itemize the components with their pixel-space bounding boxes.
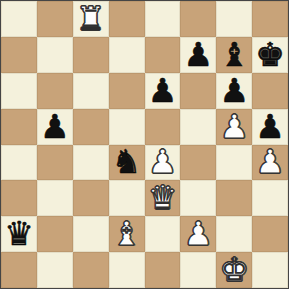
square-h1[interactable] <box>252 252 288 288</box>
square-b3[interactable] <box>37 180 73 216</box>
square-c3[interactable] <box>73 180 109 216</box>
chess-board: ♜♟♝♚♟♟♟♟♟♞♟♟♛♛♝♟♚ <box>0 0 289 289</box>
square-c6[interactable] <box>73 73 109 109</box>
square-a2[interactable]: ♛ <box>1 216 37 252</box>
square-h3[interactable] <box>252 180 288 216</box>
square-c7[interactable] <box>73 37 109 73</box>
square-e2[interactable] <box>145 216 181 252</box>
white-pawn[interactable]: ♟ <box>255 145 285 181</box>
square-d2[interactable]: ♝ <box>109 216 145 252</box>
square-g1[interactable]: ♚ <box>216 252 252 288</box>
white-bishop[interactable]: ♝ <box>112 216 142 252</box>
square-g6[interactable]: ♟ <box>216 73 252 109</box>
square-f6[interactable] <box>180 73 216 109</box>
square-c8[interactable]: ♜ <box>73 1 109 37</box>
black-knight[interactable]: ♞ <box>112 145 142 181</box>
square-h4[interactable]: ♟ <box>252 145 288 181</box>
square-f3[interactable] <box>180 180 216 216</box>
square-d6[interactable] <box>109 73 145 109</box>
black-pawn[interactable]: ♟ <box>219 73 249 109</box>
square-e1[interactable] <box>145 252 181 288</box>
square-h2[interactable] <box>252 216 288 252</box>
black-king[interactable]: ♚ <box>255 37 285 73</box>
square-h5[interactable]: ♟ <box>252 109 288 145</box>
black-bishop[interactable]: ♝ <box>219 37 249 73</box>
square-a4[interactable] <box>1 145 37 181</box>
square-f2[interactable]: ♟ <box>180 216 216 252</box>
square-g7[interactable]: ♝ <box>216 37 252 73</box>
square-b5[interactable]: ♟ <box>37 109 73 145</box>
square-h6[interactable] <box>252 73 288 109</box>
square-b4[interactable] <box>37 145 73 181</box>
square-f7[interactable]: ♟ <box>180 37 216 73</box>
square-f4[interactable] <box>180 145 216 181</box>
square-c4[interactable] <box>73 145 109 181</box>
black-pawn[interactable]: ♟ <box>255 109 285 145</box>
square-a7[interactable] <box>1 37 37 73</box>
square-e8[interactable] <box>145 1 181 37</box>
square-g2[interactable] <box>216 216 252 252</box>
square-c5[interactable] <box>73 109 109 145</box>
square-g5[interactable]: ♟ <box>216 109 252 145</box>
white-king[interactable]: ♚ <box>219 252 249 288</box>
square-e4[interactable]: ♟ <box>145 145 181 181</box>
square-a1[interactable] <box>1 252 37 288</box>
square-b6[interactable] <box>37 73 73 109</box>
square-b8[interactable] <box>37 1 73 37</box>
black-pawn[interactable]: ♟ <box>184 37 214 73</box>
square-g8[interactable] <box>216 1 252 37</box>
square-e3[interactable]: ♛ <box>145 180 181 216</box>
square-e5[interactable] <box>145 109 181 145</box>
square-b7[interactable] <box>37 37 73 73</box>
square-g4[interactable] <box>216 145 252 181</box>
square-f1[interactable] <box>180 252 216 288</box>
square-a8[interactable] <box>1 1 37 37</box>
square-a3[interactable] <box>1 180 37 216</box>
square-a5[interactable] <box>1 109 37 145</box>
square-b2[interactable] <box>37 216 73 252</box>
square-g3[interactable] <box>216 180 252 216</box>
square-c1[interactable] <box>73 252 109 288</box>
square-f8[interactable] <box>180 1 216 37</box>
square-d8[interactable] <box>109 1 145 37</box>
square-c2[interactable] <box>73 216 109 252</box>
square-f5[interactable] <box>180 109 216 145</box>
square-e7[interactable] <box>145 37 181 73</box>
white-pawn[interactable]: ♟ <box>219 109 249 145</box>
black-queen[interactable]: ♛ <box>4 216 34 252</box>
square-b1[interactable] <box>37 252 73 288</box>
black-pawn[interactable]: ♟ <box>40 109 70 145</box>
white-queen[interactable]: ♛ <box>148 180 178 216</box>
black-pawn[interactable]: ♟ <box>148 73 178 109</box>
square-e6[interactable]: ♟ <box>145 73 181 109</box>
white-pawn[interactable]: ♟ <box>184 216 214 252</box>
square-d1[interactable] <box>109 252 145 288</box>
square-h8[interactable] <box>252 1 288 37</box>
white-pawn[interactable]: ♟ <box>148 145 178 181</box>
square-h7[interactable]: ♚ <box>252 37 288 73</box>
white-rook[interactable]: ♜ <box>76 1 106 37</box>
square-a6[interactable] <box>1 73 37 109</box>
square-d4[interactable]: ♞ <box>109 145 145 181</box>
square-d7[interactable] <box>109 37 145 73</box>
square-d3[interactable] <box>109 180 145 216</box>
square-d5[interactable] <box>109 109 145 145</box>
